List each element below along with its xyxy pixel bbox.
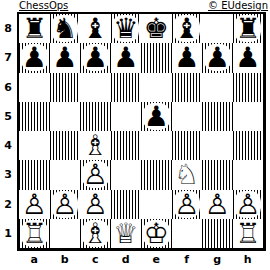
file-label-c: c (80, 252, 111, 266)
rank-label-8: 8 (0, 14, 16, 43)
square-d2 (111, 190, 142, 219)
square-e2 (141, 190, 172, 219)
file-label-h: h (233, 252, 264, 266)
square-a7: ♟ (19, 43, 50, 72)
square-e1: ♔ (141, 219, 172, 248)
black-bishop-piece: ♝ (173, 15, 200, 42)
square-a6 (19, 73, 50, 102)
square-b4 (50, 131, 81, 160)
black-rook-piece: ♜ (234, 15, 261, 42)
square-b1 (50, 219, 81, 248)
app-title: ChessOps (19, 0, 68, 11)
square-h5 (233, 102, 264, 131)
square-e7 (141, 43, 172, 72)
white-pawn-piece: ♙ (204, 191, 231, 218)
black-knight-piece: ♞ (51, 15, 78, 42)
square-b3 (50, 160, 81, 189)
black-pawn-piece: ♟ (143, 103, 170, 130)
square-e6 (141, 73, 172, 102)
square-c7: ♟ (80, 43, 111, 72)
square-g4 (202, 131, 233, 160)
square-e8: ♚ (141, 14, 172, 43)
rank-label-5: 5 (0, 102, 16, 131)
white-king-piece: ♔ (143, 220, 170, 247)
square-h3 (233, 160, 264, 189)
square-h2: ♙ (233, 190, 264, 219)
rank-label-3: 3 (0, 160, 16, 189)
square-a3 (19, 160, 50, 189)
square-a4 (19, 131, 50, 160)
square-g1 (202, 219, 233, 248)
black-queen-piece: ♛ (112, 15, 139, 42)
white-pawn-piece: ♙ (173, 191, 200, 218)
square-a2: ♙ (19, 190, 50, 219)
square-d5 (111, 102, 142, 131)
square-g2: ♙ (202, 190, 233, 219)
square-h8: ♜ (233, 14, 264, 43)
square-h7: ♟ (233, 43, 264, 72)
file-label-b: b (50, 252, 81, 266)
square-b8: ♞ (50, 14, 81, 43)
white-bishop-piece: ♗ (82, 132, 109, 159)
rank-label-1: 1 (0, 219, 16, 248)
square-g6 (202, 73, 233, 102)
square-c5 (80, 102, 111, 131)
file-label-f: f (172, 252, 203, 266)
square-f3: ♘ (172, 160, 203, 189)
black-bishop-piece: ♝ (82, 15, 109, 42)
white-knight-piece: ♘ (173, 161, 200, 188)
white-rook-piece: ♖ (21, 220, 48, 247)
square-c6 (80, 73, 111, 102)
square-d8: ♛ (111, 14, 142, 43)
square-g8 (202, 14, 233, 43)
square-c2: ♙ (80, 190, 111, 219)
square-f7: ♟ (172, 43, 203, 72)
square-f6 (172, 73, 203, 102)
file-label-g: g (202, 252, 233, 266)
file-label-e: e (141, 252, 172, 266)
chess-board: ♜♞♝♛♚♝♜♟♟♟♟♟♟♟♟♗♙♘♙♙♙♙♙♙♖♗♕♔♖ (17, 12, 266, 251)
square-f4 (172, 131, 203, 160)
square-h6 (233, 73, 264, 102)
white-pawn-piece: ♙ (21, 191, 48, 218)
square-h1: ♖ (233, 219, 264, 248)
square-f2: ♙ (172, 190, 203, 219)
square-f5 (172, 102, 203, 131)
square-a8: ♜ (19, 14, 50, 43)
black-pawn-piece: ♟ (21, 44, 48, 71)
square-g5 (202, 102, 233, 131)
black-rook-piece: ♜ (21, 15, 48, 42)
black-pawn-piece: ♟ (234, 44, 261, 71)
square-b2: ♙ (50, 190, 81, 219)
file-label-d: d (111, 252, 142, 266)
square-c1: ♗ (80, 219, 111, 248)
square-a5 (19, 102, 50, 131)
square-e3 (141, 160, 172, 189)
white-pawn-piece: ♙ (82, 161, 109, 188)
white-rook-piece: ♖ (234, 220, 261, 247)
rank-label-6: 6 (0, 73, 16, 102)
square-e5: ♟ (141, 102, 172, 131)
rank-label-7: 7 (0, 43, 16, 72)
rank-label-2: 2 (0, 190, 16, 219)
black-pawn-piece: ♟ (82, 44, 109, 71)
square-b5 (50, 102, 81, 131)
rank-labels: 8 7 6 5 4 3 2 1 (0, 14, 16, 248)
black-pawn-piece: ♟ (173, 44, 200, 71)
square-a1: ♖ (19, 219, 50, 248)
square-c3: ♙ (80, 160, 111, 189)
black-pawn-piece: ♟ (204, 44, 231, 71)
copyright-notice: © EUdesign (208, 0, 268, 11)
file-label-a: a (19, 252, 50, 266)
chessops-diagram: ChessOps © EUdesign 8 7 6 5 4 3 2 1 ♜♞♝♛… (0, 0, 270, 270)
square-d3 (111, 160, 142, 189)
file-labels: a b c d e f g h (19, 252, 263, 266)
square-c8: ♝ (80, 14, 111, 43)
square-d6 (111, 73, 142, 102)
white-bishop-piece: ♗ (82, 220, 109, 247)
white-pawn-piece: ♙ (82, 191, 109, 218)
square-f8: ♝ (172, 14, 203, 43)
square-g7: ♟ (202, 43, 233, 72)
square-b6 (50, 73, 81, 102)
square-d7: ♟ (111, 43, 142, 72)
white-pawn-piece: ♙ (234, 191, 261, 218)
square-d4 (111, 131, 142, 160)
white-pawn-piece: ♙ (51, 191, 78, 218)
rank-label-4: 4 (0, 131, 16, 160)
square-h4 (233, 131, 264, 160)
black-pawn-piece: ♟ (51, 44, 78, 71)
white-queen-piece: ♕ (112, 220, 139, 247)
square-d1: ♕ (111, 219, 142, 248)
square-g3 (202, 160, 233, 189)
square-c4: ♗ (80, 131, 111, 160)
black-pawn-piece: ♟ (112, 44, 139, 71)
square-b7: ♟ (50, 43, 81, 72)
black-king-piece: ♚ (143, 15, 170, 42)
square-e4 (141, 131, 172, 160)
square-f1 (172, 219, 203, 248)
